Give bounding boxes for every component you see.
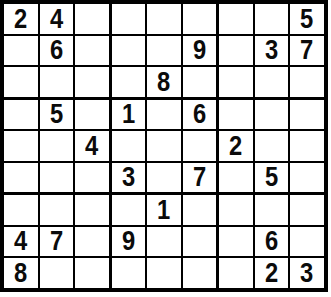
given-digit: 3 <box>122 163 135 191</box>
sudoku-box-1: 246 <box>4 4 109 97</box>
cell-r2c5[interactable] <box>147 36 181 66</box>
cell-r9c8[interactable]: 2 <box>255 258 289 288</box>
cell-r1c2[interactable]: 4 <box>40 4 74 34</box>
given-digit: 3 <box>265 36 278 64</box>
cell-r4c2[interactable]: 5 <box>40 100 74 130</box>
cell-r5c1[interactable] <box>4 131 38 161</box>
cell-r6c1[interactable] <box>4 163 38 193</box>
sudoku-board: 246985375416372547819623 <box>0 0 328 292</box>
cell-r3c4[interactable] <box>112 67 146 97</box>
cell-r8c4[interactable]: 9 <box>112 227 146 257</box>
given-digit: 6 <box>193 100 206 128</box>
cell-r1c6[interactable] <box>183 4 217 34</box>
given-digit: 9 <box>193 36 206 64</box>
cell-r4c1[interactable] <box>4 100 38 130</box>
cell-r6c2[interactable] <box>40 163 74 193</box>
cell-r6c9[interactable] <box>290 163 324 193</box>
cell-r3c8[interactable] <box>255 67 289 97</box>
sudoku-box-8: 19 <box>112 195 217 288</box>
given-digit: 5 <box>300 5 313 33</box>
given-digit: 8 <box>157 68 170 96</box>
cell-r5c6[interactable] <box>183 131 217 161</box>
cell-r8c8[interactable]: 6 <box>255 227 289 257</box>
given-digit: 2 <box>229 132 242 160</box>
cell-r1c4[interactable] <box>112 4 146 34</box>
cell-r4c4[interactable]: 1 <box>112 100 146 130</box>
cell-r1c9[interactable]: 5 <box>290 4 324 34</box>
cell-r6c4[interactable]: 3 <box>112 163 146 193</box>
cell-r7c2[interactable] <box>40 195 74 225</box>
cell-r5c8[interactable] <box>255 131 289 161</box>
cell-r9c2[interactable] <box>40 258 74 288</box>
given-digit: 4 <box>50 5 63 33</box>
cell-r3c1[interactable] <box>4 67 38 97</box>
cell-r9c5[interactable] <box>147 258 181 288</box>
cell-r6c7[interactable] <box>219 163 253 193</box>
cell-r4c3[interactable] <box>75 100 109 130</box>
cell-r8c7[interactable] <box>219 227 253 257</box>
cell-r9c7[interactable] <box>219 258 253 288</box>
given-digit: 1 <box>157 196 170 224</box>
given-digit: 5 <box>50 100 63 128</box>
cell-r4c7[interactable] <box>219 100 253 130</box>
sudoku-box-9: 623 <box>219 195 324 288</box>
cell-r5c2[interactable] <box>40 131 74 161</box>
cell-r7c4[interactable] <box>112 195 146 225</box>
cell-r7c5[interactable]: 1 <box>147 195 181 225</box>
cell-r3c2[interactable] <box>40 67 74 97</box>
cell-r5c3[interactable]: 4 <box>75 131 109 161</box>
cell-r9c4[interactable] <box>112 258 146 288</box>
cell-r5c9[interactable] <box>290 131 324 161</box>
given-digit: 3 <box>300 259 313 287</box>
cell-r5c5[interactable] <box>147 131 181 161</box>
cell-r4c6[interactable]: 6 <box>183 100 217 130</box>
cell-r9c9[interactable]: 3 <box>290 258 324 288</box>
cell-r2c4[interactable] <box>112 36 146 66</box>
cell-r2c3[interactable] <box>75 36 109 66</box>
given-digit: 5 <box>265 163 278 191</box>
cell-r9c6[interactable] <box>183 258 217 288</box>
cell-r7c3[interactable] <box>75 195 109 225</box>
given-digit: 2 <box>265 259 278 287</box>
cell-r1c8[interactable] <box>255 4 289 34</box>
cell-r5c7[interactable]: 2 <box>219 131 253 161</box>
cell-r3c6[interactable] <box>183 67 217 97</box>
cell-r8c5[interactable] <box>147 227 181 257</box>
cell-r2c1[interactable] <box>4 36 38 66</box>
sudoku-box-5: 1637 <box>112 100 217 193</box>
given-digit: 4 <box>85 132 98 160</box>
cell-r6c6[interactable]: 7 <box>183 163 217 193</box>
cell-r4c5[interactable] <box>147 100 181 130</box>
cell-r1c3[interactable] <box>75 4 109 34</box>
cell-r2c8[interactable]: 3 <box>255 36 289 66</box>
cell-r7c7[interactable] <box>219 195 253 225</box>
cell-r5c4[interactable] <box>112 131 146 161</box>
cell-r7c6[interactable] <box>183 195 217 225</box>
cell-r3c9[interactable] <box>290 67 324 97</box>
cell-r9c1[interactable]: 8 <box>4 258 38 288</box>
given-digit: 7 <box>300 36 313 64</box>
given-digit: 2 <box>14 5 27 33</box>
given-digit: 7 <box>50 227 63 255</box>
cell-r9c3[interactable] <box>75 258 109 288</box>
cell-r2c6[interactable]: 9 <box>183 36 217 66</box>
cell-r7c1[interactable] <box>4 195 38 225</box>
cell-r4c9[interactable] <box>290 100 324 130</box>
cell-r3c7[interactable] <box>219 67 253 97</box>
cell-r8c2[interactable]: 7 <box>40 227 74 257</box>
cell-r1c5[interactable] <box>147 4 181 34</box>
sudoku-box-7: 478 <box>4 195 109 288</box>
given-digit: 4 <box>14 227 27 255</box>
given-digit: 7 <box>193 163 206 191</box>
given-digit: 8 <box>14 259 27 287</box>
cell-r6c8[interactable]: 5 <box>255 163 289 193</box>
cell-r8c1[interactable]: 4 <box>4 227 38 257</box>
given-digit: 6 <box>265 227 278 255</box>
sudoku-box-3: 537 <box>219 4 324 97</box>
cell-r8c3[interactable] <box>75 227 109 257</box>
sudoku-box-2: 98 <box>112 4 217 97</box>
cell-r6c3[interactable] <box>75 163 109 193</box>
cell-r3c3[interactable] <box>75 67 109 97</box>
cell-r2c2[interactable]: 6 <box>40 36 74 66</box>
cell-r8c6[interactable] <box>183 227 217 257</box>
cell-r3c5[interactable]: 8 <box>147 67 181 97</box>
cell-r2c9[interactable]: 7 <box>290 36 324 66</box>
cell-r1c1[interactable]: 2 <box>4 4 38 34</box>
cell-r1c7[interactable] <box>219 4 253 34</box>
sudoku-box-4: 54 <box>4 100 109 193</box>
given-digit: 9 <box>122 227 135 255</box>
page: 246985375416372547819623 <box>0 0 331 297</box>
cell-r8c9[interactable] <box>290 227 324 257</box>
sudoku-box-6: 25 <box>219 100 324 193</box>
cell-r7c9[interactable] <box>290 195 324 225</box>
cell-r7c8[interactable] <box>255 195 289 225</box>
given-digit: 6 <box>50 36 63 64</box>
cell-r2c7[interactable] <box>219 36 253 66</box>
cell-r6c5[interactable] <box>147 163 181 193</box>
cell-r4c8[interactable] <box>255 100 289 130</box>
given-digit: 1 <box>122 100 135 128</box>
